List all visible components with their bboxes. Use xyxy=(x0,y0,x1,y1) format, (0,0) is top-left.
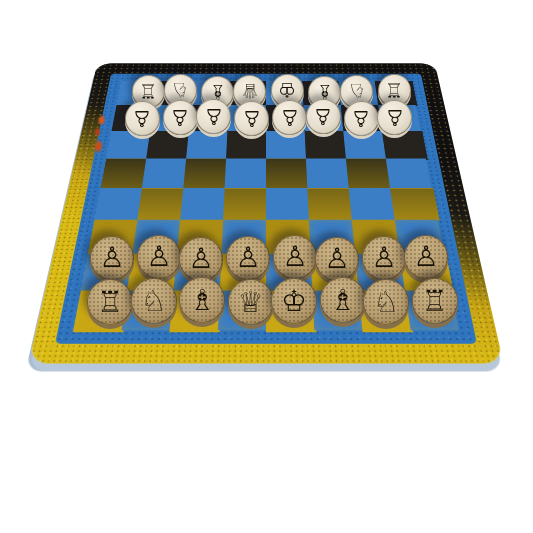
pawn-icon: ♙ xyxy=(146,243,171,271)
piece-black-pawn-h7[interactable]: ♙ xyxy=(377,100,412,135)
square-c5[interactable] xyxy=(183,159,228,190)
square-b4[interactable] xyxy=(137,188,185,221)
pawn-icon: ♙ xyxy=(204,105,224,127)
knight-icon: ♘ xyxy=(141,287,167,316)
pawn-icon: ♙ xyxy=(132,107,152,129)
square-c4[interactable] xyxy=(180,188,224,220)
rook-icon: ♖ xyxy=(385,80,403,100)
square-b5[interactable] xyxy=(142,159,186,188)
square-f5[interactable] xyxy=(306,159,349,188)
queen-icon: ♕ xyxy=(241,81,259,101)
pawn-icon: ♙ xyxy=(385,106,405,128)
pawn-icon: ♙ xyxy=(280,106,300,128)
pawn-icon: ♙ xyxy=(351,107,371,129)
chessboard-photo: ♖♘♗♕♔♗♘♖♙♙♙♙♙♙♙♙♙♙♙♙♙♙♙♙♖♘♗♕♔♗♘♖ xyxy=(0,0,533,533)
square-a4[interactable] xyxy=(94,188,141,220)
square-d5[interactable] xyxy=(225,159,266,188)
queen-icon: ♕ xyxy=(238,288,264,317)
pawn-icon: ♙ xyxy=(324,245,349,273)
pawn-icon: ♙ xyxy=(99,244,124,272)
square-e5[interactable] xyxy=(266,159,309,190)
pawn-icon: ♙ xyxy=(413,243,438,271)
bishop-icon: ♗ xyxy=(189,286,215,315)
piece-white-pawn-g2[interactable]: ♙ xyxy=(362,236,406,280)
piece-white-pawn-b2[interactable]: ♙ xyxy=(137,235,181,279)
square-b6[interactable] xyxy=(146,131,191,160)
piece-white-pawn-f2[interactable]: ♙ xyxy=(315,237,359,281)
piece-white-knight-g1[interactable]: ♘ xyxy=(363,279,409,325)
piece-white-bishop-f1[interactable]: ♗ xyxy=(320,277,366,323)
piece-white-king-e1[interactable]: ♔ xyxy=(271,278,317,324)
square-f6[interactable] xyxy=(305,131,348,160)
square-g4[interactable] xyxy=(349,188,395,220)
pawn-icon: ♙ xyxy=(188,245,213,273)
king-icon: ♔ xyxy=(278,80,296,100)
square-a5[interactable] xyxy=(100,159,148,190)
square-h6[interactable] xyxy=(382,131,428,160)
square-d4[interactable] xyxy=(223,188,268,221)
piece-white-pawn-c2[interactable]: ♙ xyxy=(179,237,223,281)
piece-white-rook-a1[interactable]: ♖ xyxy=(87,279,133,325)
knight-icon: ♘ xyxy=(348,81,366,101)
piece-black-pawn-d7[interactable]: ♙ xyxy=(234,101,269,136)
pawn-icon: ♙ xyxy=(371,244,396,272)
pawn-icon: ♙ xyxy=(170,106,190,128)
rook-icon: ♖ xyxy=(97,288,123,317)
square-e6[interactable] xyxy=(266,131,306,159)
piece-white-knight-b1[interactable]: ♘ xyxy=(131,278,177,324)
square-h4[interactable] xyxy=(390,188,440,221)
piece-black-pawn-c7[interactable]: ♙ xyxy=(196,99,231,134)
piece-black-pawn-f7[interactable]: ♙ xyxy=(306,99,341,134)
pawn-icon: ♙ xyxy=(235,244,260,272)
knight-icon: ♘ xyxy=(373,288,399,317)
piece-white-pawn-e2[interactable]: ♙ xyxy=(273,235,317,279)
piece-white-pawn-a2[interactable]: ♙ xyxy=(90,236,134,280)
rook-icon: ♖ xyxy=(139,81,157,101)
square-c6[interactable] xyxy=(186,131,227,159)
rook-icon: ♖ xyxy=(422,287,448,316)
piece-white-pawn-d2[interactable]: ♙ xyxy=(226,236,270,280)
square-g5[interactable] xyxy=(346,159,392,190)
pawn-icon: ♙ xyxy=(313,105,333,127)
piece-white-rook-h1[interactable]: ♖ xyxy=(412,278,458,324)
piece-black-pawn-g7[interactable]: ♙ xyxy=(344,101,379,136)
piece-black-pawn-e7[interactable]: ♙ xyxy=(272,100,307,135)
piece-black-pawn-a7[interactable]: ♙ xyxy=(125,101,160,136)
square-f4[interactable] xyxy=(307,188,353,221)
piece-white-bishop-c1[interactable]: ♗ xyxy=(179,277,225,323)
square-e4[interactable] xyxy=(266,188,309,220)
piece-white-queen-d1[interactable]: ♕ xyxy=(228,279,274,325)
king-icon: ♔ xyxy=(281,287,307,316)
pawn-icon: ♙ xyxy=(242,107,262,129)
square-h5[interactable] xyxy=(386,159,432,188)
bishop-icon: ♗ xyxy=(330,286,356,315)
piece-black-pawn-b7[interactable]: ♙ xyxy=(163,100,198,135)
knight-icon: ♘ xyxy=(171,80,189,100)
pawn-icon: ♙ xyxy=(282,243,307,271)
piece-white-pawn-h2[interactable]: ♙ xyxy=(404,235,448,279)
